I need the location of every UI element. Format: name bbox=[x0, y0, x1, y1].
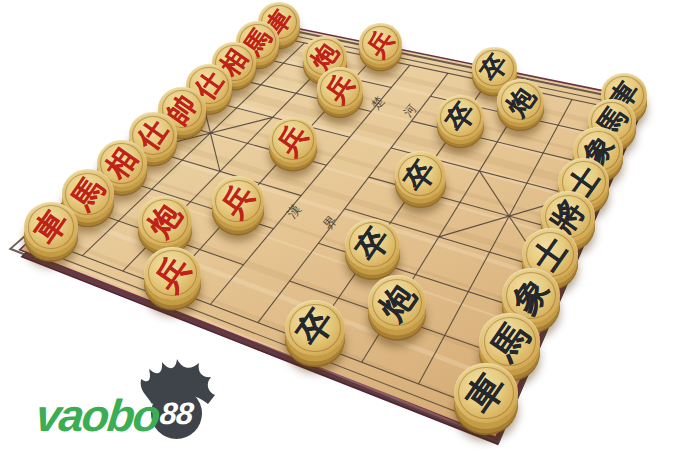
piece-character: 車 bbox=[29, 205, 73, 249]
piece-character: 卒 bbox=[350, 222, 395, 267]
piece-character: 車 bbox=[460, 367, 512, 419]
piece-character: 兵 bbox=[149, 250, 195, 296]
piece-character: 兵 bbox=[273, 120, 313, 160]
xiangqi-photo-stage: 楚河漢界 車馬兵炮相卒仕兵車炮帥卒馬仕兵象相卒士馬兵將炮車卒士兵象炮卒馬車 88… bbox=[0, 0, 700, 456]
piece-character: 卒 bbox=[441, 98, 479, 136]
piece-black-chariot[interactable]: 車 bbox=[454, 363, 518, 423]
piece-black-soldier[interactable]: 卒 bbox=[285, 300, 345, 357]
piece-black-soldier[interactable]: 卒 bbox=[395, 151, 446, 199]
piece-red-chariot[interactable]: 車 bbox=[24, 202, 78, 253]
piece-red-soldier[interactable]: 兵 bbox=[144, 247, 201, 300]
piece-character: 兵 bbox=[217, 180, 259, 222]
piece-red-soldier[interactable]: 兵 bbox=[269, 117, 318, 163]
brand-logo: 88 vaobo bbox=[30, 352, 260, 456]
piece-character: 炮 bbox=[143, 199, 186, 242]
logo-number: 88 bbox=[158, 396, 194, 432]
piece-character: 卒 bbox=[291, 304, 340, 353]
piece-character: 卒 bbox=[477, 50, 513, 86]
piece-red-soldier[interactable]: 兵 bbox=[212, 176, 265, 225]
piece-character: 馬 bbox=[67, 173, 109, 215]
piece-red-soldier[interactable]: 兵 bbox=[359, 23, 402, 64]
piece-character: 兵 bbox=[363, 26, 398, 61]
piece-character: 馬 bbox=[485, 317, 534, 366]
piece-black-soldier[interactable]: 卒 bbox=[437, 95, 485, 140]
logo-brand-text: vaobo bbox=[33, 390, 161, 442]
piece-character: 炮 bbox=[373, 279, 420, 326]
piece-character: 卒 bbox=[400, 155, 441, 196]
piece-red-soldier[interactable]: 兵 bbox=[317, 67, 363, 110]
piece-red-cannon[interactable]: 炮 bbox=[138, 196, 192, 247]
piece-black-cannon[interactable]: 炮 bbox=[368, 275, 427, 330]
piece-black-cannon[interactable]: 炮 bbox=[497, 79, 544, 123]
piece-character: 象 bbox=[508, 272, 555, 319]
piece-character: 兵 bbox=[321, 70, 358, 107]
piece-character: 炮 bbox=[502, 82, 540, 120]
